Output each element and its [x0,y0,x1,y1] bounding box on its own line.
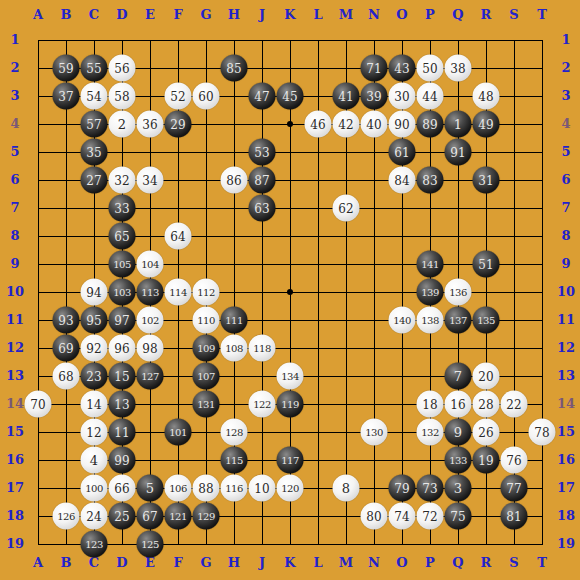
move-number: 70 [30,398,45,410]
row-label-left-9[interactable]: 9 [1,256,29,272]
col-label-bottom-D[interactable]: D [108,555,136,571]
col-label-bottom-S[interactable]: S [500,555,528,571]
move-number: 3 [454,482,462,495]
stone-black-97: 97 [109,307,136,334]
stone-white-106: 106 [165,475,192,502]
col-label-top-A[interactable]: A [24,7,52,23]
stone-black-121: 121 [165,503,192,530]
stone-black-95: 95 [81,307,108,334]
stone-black-127: 127 [137,363,164,390]
move-number: 96 [114,342,129,354]
stone-white-116: 116 [221,475,248,502]
col-label-bottom-G[interactable]: G [192,555,220,571]
move-number: 30 [394,90,409,102]
stone-black-27: 27 [81,167,108,194]
move-number: 109 [197,343,215,353]
move-number: 95 [86,314,101,326]
stone-white-138: 138 [417,307,444,334]
row-label-left-3[interactable]: 3 [1,88,29,104]
stone-white-58: 58 [109,83,136,110]
row-label-right-8[interactable]: 8 [552,228,580,244]
move-number: 137 [449,315,467,325]
stone-white-44: 44 [417,83,444,110]
stone-black-51: 51 [473,251,500,278]
move-number: 100 [85,483,103,493]
move-number: 140 [393,315,411,325]
move-number: 12 [86,426,101,438]
stone-black-41: 41 [333,83,360,110]
row-label-left-7[interactable]: 7 [1,200,29,216]
move-number: 115 [225,455,243,465]
stone-white-36: 36 [137,111,164,138]
move-number: 19 [478,454,493,466]
move-number: 130 [365,427,383,437]
move-number: 34 [142,174,157,186]
col-label-bottom-F[interactable]: F [164,555,192,571]
move-number: 81 [506,510,521,522]
stone-black-19: 19 [473,447,500,474]
row-label-right-4[interactable]: 4 [552,116,580,132]
move-number: 57 [86,118,101,130]
move-number: 32 [114,174,129,186]
move-number: 122 [253,399,271,409]
stone-white-4: 4 [81,447,108,474]
stone-black-37: 37 [53,83,80,110]
row-label-left-17[interactable]: 17 [1,480,29,496]
stone-black-83: 83 [417,167,444,194]
move-number: 114 [169,287,187,297]
move-number: 4 [90,454,98,467]
stone-white-96: 96 [109,335,136,362]
row-label-right-9[interactable]: 9 [552,256,580,272]
stone-black-3: 3 [445,475,472,502]
stone-white-12: 12 [81,419,108,446]
stone-white-10: 10 [249,475,276,502]
stone-black-7: 7 [445,363,472,390]
move-number: 43 [394,62,409,74]
move-number: 62 [338,202,353,214]
move-number: 35 [86,146,101,158]
hoshi-point-K4 [287,121,293,127]
move-number: 135 [477,315,495,325]
stone-black-25: 25 [109,503,136,530]
stone-black-131: 131 [193,391,220,418]
col-label-top-F[interactable]: F [164,7,192,23]
move-number: 54 [86,90,101,102]
stone-black-93: 93 [53,307,80,334]
stone-white-66: 66 [109,475,136,502]
stone-white-18: 18 [417,391,444,418]
move-number: 44 [422,90,437,102]
stone-black-103: 103 [109,279,136,306]
stone-white-88: 88 [193,475,220,502]
col-label-top-T[interactable]: T [528,7,556,23]
stone-white-80: 80 [361,503,388,530]
stone-black-125: 125 [137,531,164,558]
stone-white-94: 94 [81,279,108,306]
col-label-top-N[interactable]: N [360,7,388,23]
col-label-bottom-L[interactable]: L [304,555,332,571]
move-number: 29 [170,118,185,130]
stone-white-104: 104 [137,251,164,278]
move-number: 94 [86,286,101,298]
move-number: 136 [449,287,467,297]
row-label-left-18[interactable]: 18 [1,508,29,524]
move-number: 7 [454,370,462,383]
stone-black-137: 137 [445,307,472,334]
row-label-right-19[interactable]: 19 [552,536,580,552]
stone-black-5: 5 [137,475,164,502]
move-number: 67 [142,510,157,522]
move-number: 41 [338,90,353,102]
stone-black-105: 105 [109,251,136,278]
move-number: 103 [113,287,131,297]
col-label-top-G[interactable]: G [192,7,220,23]
stone-white-24: 24 [81,503,108,530]
col-label-top-Q[interactable]: Q [444,7,472,23]
stone-white-52: 52 [165,83,192,110]
move-number: 77 [506,482,521,494]
stone-white-68: 68 [53,363,80,390]
move-number: 104 [141,259,159,269]
row-label-right-5[interactable]: 5 [552,144,580,160]
move-number: 36 [142,118,157,130]
move-number: 129 [197,511,215,521]
move-number: 74 [394,510,409,522]
stone-white-120: 120 [277,475,304,502]
move-number: 76 [506,454,521,466]
col-label-top-P[interactable]: P [416,7,444,23]
move-number: 112 [197,287,215,297]
stone-white-134: 134 [277,363,304,390]
stone-black-49: 49 [473,111,500,138]
go-board-diagram: ABCDEFGHJKLMNOPQRST ABCDEFGHJKLMNOPQRST … [0,0,580,580]
stone-black-91: 91 [445,139,472,166]
stone-white-128: 128 [221,419,248,446]
stone-black-69: 69 [53,335,80,362]
stone-white-110: 110 [193,307,220,334]
stone-white-50: 50 [417,55,444,82]
stone-white-78: 78 [529,419,556,446]
move-number: 102 [141,315,159,325]
stone-white-54: 54 [81,83,108,110]
move-number: 16 [450,398,465,410]
move-number: 31 [478,174,493,186]
stone-black-57: 57 [81,111,108,138]
move-number: 63 [254,202,269,214]
stone-white-132: 132 [417,419,444,446]
stone-black-77: 77 [501,475,528,502]
hoshi-point-K10 [287,289,293,295]
stone-white-34: 34 [137,167,164,194]
stone-white-90: 90 [389,111,416,138]
stone-black-55: 55 [81,55,108,82]
stone-white-126: 126 [53,503,80,530]
row-label-left-15[interactable]: 15 [1,424,29,440]
stone-black-89: 89 [417,111,444,138]
row-label-right-1[interactable]: 1 [552,32,580,48]
row-label-left-13[interactable]: 13 [1,368,29,384]
stone-white-100: 100 [81,475,108,502]
move-number: 37 [58,90,73,102]
move-number: 121 [169,511,187,521]
move-number: 65 [114,230,129,242]
row-label-right-14[interactable]: 14 [552,396,580,412]
stone-white-130: 130 [361,419,388,446]
col-label-top-C[interactable]: C [80,7,108,23]
stone-white-76: 76 [501,447,528,474]
col-label-bottom-M[interactable]: M [332,555,360,571]
stone-white-70: 70 [25,391,52,418]
row-label-right-11[interactable]: 11 [552,312,580,328]
stone-black-79: 79 [389,475,416,502]
move-number: 51 [478,258,493,270]
move-number: 90 [394,118,409,130]
stone-black-61: 61 [389,139,416,166]
col-label-top-M[interactable]: M [332,7,360,23]
move-number: 91 [450,146,465,158]
move-number: 78 [534,426,549,438]
stone-white-84: 84 [389,167,416,194]
stone-white-14: 14 [81,391,108,418]
move-number: 58 [114,90,129,102]
stone-black-1: 1 [445,111,472,138]
stone-black-107: 107 [193,363,220,390]
stone-black-29: 29 [165,111,192,138]
move-number: 28 [478,398,493,410]
move-number: 88 [198,482,213,494]
row-label-left-11[interactable]: 11 [1,312,29,328]
move-number: 69 [58,342,73,354]
move-number: 2 [118,118,126,131]
move-number: 75 [450,510,465,522]
col-label-top-O[interactable]: O [388,7,416,23]
row-label-right-2[interactable]: 2 [552,60,580,76]
stone-white-8: 8 [333,475,360,502]
col-label-bottom-R[interactable]: R [472,555,500,571]
move-number: 27 [86,174,101,186]
stone-white-74: 74 [389,503,416,530]
stone-black-135: 135 [473,307,500,334]
move-number: 20 [478,370,493,382]
move-number: 61 [394,146,409,158]
stone-black-71: 71 [361,55,388,82]
row-label-right-7[interactable]: 7 [552,200,580,216]
move-number: 33 [114,202,129,214]
row-label-left-8[interactable]: 8 [1,228,29,244]
stone-white-72: 72 [417,503,444,530]
col-label-bottom-A[interactable]: A [24,555,52,571]
stone-black-87: 87 [249,167,276,194]
move-number: 15 [114,370,129,382]
move-number: 46 [310,118,325,130]
move-number: 48 [478,90,493,102]
stone-black-63: 63 [249,195,276,222]
stone-black-59: 59 [53,55,80,82]
stone-white-64: 64 [165,223,192,250]
row-label-right-18[interactable]: 18 [552,508,580,524]
move-number: 141 [421,259,439,269]
stone-black-117: 117 [277,447,304,474]
row-label-right-12[interactable]: 12 [552,340,580,356]
stone-black-11: 11 [109,419,136,446]
stone-black-139: 139 [417,279,444,306]
move-number: 55 [86,62,101,74]
stone-white-30: 30 [389,83,416,110]
move-number: 38 [450,62,465,74]
stone-black-133: 133 [445,447,472,474]
stone-white-118: 118 [249,335,276,362]
move-number: 119 [281,399,299,409]
row-label-right-15[interactable]: 15 [552,424,580,440]
move-number: 18 [422,398,437,410]
move-number: 68 [58,370,73,382]
row-label-left-19[interactable]: 19 [1,536,29,552]
move-number: 105 [113,259,131,269]
row-label-right-10[interactable]: 10 [552,284,580,300]
move-number: 110 [197,315,215,325]
move-number: 113 [141,287,159,297]
col-label-bottom-K[interactable]: K [276,555,304,571]
stone-white-46: 46 [305,111,332,138]
row-label-right-17[interactable]: 17 [552,480,580,496]
stone-black-31: 31 [473,167,500,194]
col-label-top-S[interactable]: S [500,7,528,23]
row-label-left-6[interactable]: 6 [1,172,29,188]
move-number: 47 [254,90,269,102]
col-label-bottom-Q[interactable]: Q [444,555,472,571]
move-number: 99 [114,454,129,466]
col-label-bottom-H[interactable]: H [220,555,248,571]
move-number: 85 [226,62,241,74]
row-label-left-2[interactable]: 2 [1,60,29,76]
move-number: 79 [394,482,409,494]
row-label-right-6[interactable]: 6 [552,172,580,188]
move-number: 108 [225,343,243,353]
col-label-top-J[interactable]: J [248,7,276,23]
row-label-right-13[interactable]: 13 [552,368,580,384]
move-number: 8 [342,482,350,495]
col-label-bottom-B[interactable]: B [52,555,80,571]
move-number: 71 [366,62,381,74]
move-number: 83 [422,174,437,186]
move-number: 49 [478,118,493,130]
stone-black-67: 67 [137,503,164,530]
move-number: 127 [141,371,159,381]
move-number: 126 [57,511,75,521]
stone-white-114: 114 [165,279,192,306]
move-number: 98 [142,342,157,354]
move-number: 131 [197,399,215,409]
stone-black-113: 113 [137,279,164,306]
stone-black-33: 33 [109,195,136,222]
stone-white-20: 20 [473,363,500,390]
move-number: 66 [114,482,129,494]
col-label-top-L[interactable]: L [304,7,332,23]
move-number: 22 [506,398,521,410]
col-label-bottom-T[interactable]: T [528,555,556,571]
stone-black-119: 119 [277,391,304,418]
col-label-top-E[interactable]: E [136,7,164,23]
col-label-top-K[interactable]: K [276,7,304,23]
row-label-left-12[interactable]: 12 [1,340,29,356]
col-label-top-B[interactable]: B [52,7,80,23]
move-number: 50 [422,62,437,74]
col-label-top-R[interactable]: R [472,7,500,23]
move-number: 116 [225,483,243,493]
move-number: 86 [226,174,241,186]
stone-white-28: 28 [473,391,500,418]
row-label-left-10[interactable]: 10 [1,284,29,300]
col-label-bottom-J[interactable]: J [248,555,276,571]
move-number: 80 [366,510,381,522]
col-label-top-D[interactable]: D [108,7,136,23]
stone-black-23: 23 [81,363,108,390]
move-number: 89 [422,118,437,130]
stone-black-53: 53 [249,139,276,166]
col-label-bottom-N[interactable]: N [360,555,388,571]
stone-white-16: 16 [445,391,472,418]
move-number: 40 [366,118,381,130]
row-label-left-5[interactable]: 5 [1,144,29,160]
move-number: 117 [281,455,299,465]
col-label-bottom-P[interactable]: P [416,555,444,571]
col-label-bottom-O[interactable]: O [388,555,416,571]
move-number: 134 [281,371,299,381]
move-number: 132 [421,427,439,437]
move-number: 118 [253,343,271,353]
stone-black-141: 141 [417,251,444,278]
stone-black-75: 75 [445,503,472,530]
move-number: 13 [114,398,129,410]
stone-white-40: 40 [361,111,388,138]
stone-white-26: 26 [473,419,500,446]
move-number: 24 [86,510,101,522]
move-number: 56 [114,62,129,74]
move-number: 11 [114,426,129,438]
stone-black-45: 45 [277,83,304,110]
row-label-left-1[interactable]: 1 [1,32,29,48]
row-label-left-16[interactable]: 16 [1,452,29,468]
move-number: 9 [454,426,462,439]
move-number: 39 [366,90,381,102]
row-label-left-4[interactable]: 4 [1,116,29,132]
stone-black-123: 123 [81,531,108,558]
stone-black-9: 9 [445,419,472,446]
move-number: 26 [478,426,493,438]
stone-white-60: 60 [193,83,220,110]
move-number: 23 [86,370,101,382]
row-label-right-16[interactable]: 16 [552,452,580,468]
move-number: 138 [421,315,439,325]
row-label-right-3[interactable]: 3 [552,88,580,104]
stone-black-35: 35 [81,139,108,166]
stone-white-112: 112 [193,279,220,306]
stone-white-42: 42 [333,111,360,138]
move-number: 52 [170,90,185,102]
stone-white-32: 32 [109,167,136,194]
stone-white-2: 2 [109,111,136,138]
move-number: 125 [141,539,159,549]
col-label-top-H[interactable]: H [220,7,248,23]
stone-white-86: 86 [221,167,248,194]
stone-white-92: 92 [81,335,108,362]
move-number: 87 [254,174,269,186]
stone-white-122: 122 [249,391,276,418]
stone-black-43: 43 [389,55,416,82]
stone-white-22: 22 [501,391,528,418]
move-number: 120 [281,483,299,493]
